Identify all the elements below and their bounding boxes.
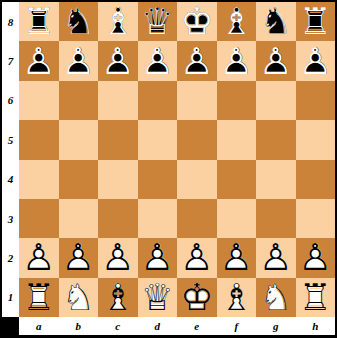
white-bishop-icon: ♝ xyxy=(217,278,257,317)
white-pawn-outline-icon: ♙ xyxy=(59,238,99,277)
black-pawn-outline-icon: ♙ xyxy=(98,41,138,80)
square-d8[interactable]: ♛♕ xyxy=(138,2,178,41)
black-rook-piece[interactable]: ♜♖ xyxy=(19,2,59,41)
square-a2[interactable]: ♟♙ xyxy=(19,238,59,277)
file-label-e: e xyxy=(177,317,217,335)
black-queen-outline-icon: ♕ xyxy=(138,2,178,41)
white-knight-outline-icon: ♘ xyxy=(59,278,99,317)
black-pawn-outline-icon: ♙ xyxy=(217,41,257,80)
black-knight-outline-icon: ♘ xyxy=(256,2,296,41)
square-f8[interactable]: ♝♗ xyxy=(217,2,257,41)
rank-label-8: 8 xyxy=(2,2,19,41)
square-b8[interactable]: ♞♘ xyxy=(59,2,99,41)
black-king-icon: ♚ xyxy=(177,2,217,41)
square-e3[interactable] xyxy=(177,199,217,238)
square-c3[interactable] xyxy=(98,199,138,238)
square-f1[interactable]: ♝♗ xyxy=(217,278,257,317)
black-bishop-icon: ♝ xyxy=(217,2,257,41)
black-knight-piece[interactable]: ♞♘ xyxy=(59,2,99,41)
square-h7[interactable]: ♟♙ xyxy=(296,41,336,80)
black-pawn-icon: ♟ xyxy=(98,41,138,80)
black-bishop-outline-icon: ♗ xyxy=(217,2,257,41)
rank-label-2: 2 xyxy=(2,238,19,277)
black-pawn-icon: ♟ xyxy=(256,41,296,80)
square-a6[interactable] xyxy=(19,81,59,120)
square-a5[interactable] xyxy=(19,120,59,159)
black-rook-outline-icon: ♖ xyxy=(19,2,59,41)
white-knight-outline-icon: ♘ xyxy=(256,278,296,317)
white-rook-outline-icon: ♖ xyxy=(19,278,59,317)
square-d5[interactable] xyxy=(138,120,178,159)
square-b5[interactable] xyxy=(59,120,99,159)
file-label-c: c xyxy=(98,317,138,335)
black-queen-piece[interactable]: ♛♕ xyxy=(138,2,178,41)
white-pawn-outline-icon: ♙ xyxy=(98,238,138,277)
black-pawn-piece[interactable]: ♟♙ xyxy=(138,41,178,80)
square-d3[interactable] xyxy=(138,199,178,238)
square-g4[interactable] xyxy=(256,160,296,199)
square-g1[interactable]: ♞♘ xyxy=(256,278,296,317)
square-e4[interactable] xyxy=(177,160,217,199)
rank-label-7: 7 xyxy=(2,41,19,80)
black-knight-icon: ♞ xyxy=(59,2,99,41)
square-c1[interactable]: ♝♗ xyxy=(98,278,138,317)
white-bishop-piece[interactable]: ♝♗ xyxy=(98,278,138,317)
square-c5[interactable] xyxy=(98,120,138,159)
black-pawn-outline-icon: ♙ xyxy=(296,41,336,80)
rank-label-3: 3 xyxy=(2,199,19,238)
white-knight-icon: ♞ xyxy=(256,278,296,317)
black-pawn-piece[interactable]: ♟♙ xyxy=(19,41,59,80)
black-pawn-piece[interactable]: ♟♙ xyxy=(98,41,138,80)
white-knight-icon: ♞ xyxy=(59,278,99,317)
black-pawn-outline-icon: ♙ xyxy=(177,41,217,80)
square-b1[interactable]: ♞♘ xyxy=(59,278,99,317)
black-knight-piece[interactable]: ♞♘ xyxy=(256,2,296,41)
white-pawn-piece[interactable]: ♟♙ xyxy=(177,238,217,277)
black-pawn-icon: ♟ xyxy=(177,41,217,80)
rank-label-1: 1 xyxy=(2,278,19,317)
square-c2[interactable]: ♟♙ xyxy=(98,238,138,277)
white-rook-outline-icon: ♖ xyxy=(296,278,336,317)
white-knight-piece[interactable]: ♞♘ xyxy=(256,278,296,317)
white-pawn-icon: ♟ xyxy=(19,238,59,277)
black-pawn-icon: ♟ xyxy=(19,41,59,80)
square-b7[interactable]: ♟♙ xyxy=(59,41,99,80)
rank-label-6: 6 xyxy=(2,81,19,120)
white-pawn-piece[interactable]: ♟♙ xyxy=(217,238,257,277)
square-a3[interactable] xyxy=(19,199,59,238)
square-f7[interactable]: ♟♙ xyxy=(217,41,257,80)
black-bishop-piece[interactable]: ♝♗ xyxy=(217,2,257,41)
square-h1[interactable]: ♜♖ xyxy=(296,278,336,317)
white-rook-piece[interactable]: ♜♖ xyxy=(19,278,59,317)
white-queen-outline-icon: ♕ xyxy=(138,278,178,317)
white-pawn-piece[interactable]: ♟♙ xyxy=(98,238,138,277)
black-knight-outline-icon: ♘ xyxy=(59,2,99,41)
white-bishop-outline-icon: ♗ xyxy=(98,278,138,317)
white-pawn-outline-icon: ♙ xyxy=(296,238,336,277)
black-pawn-piece[interactable]: ♟♙ xyxy=(217,41,257,80)
square-h3[interactable] xyxy=(296,199,336,238)
square-c6[interactable] xyxy=(98,81,138,120)
black-rook-piece[interactable]: ♜♖ xyxy=(296,2,336,41)
white-rook-piece[interactable]: ♜♖ xyxy=(296,278,336,317)
square-b4[interactable] xyxy=(59,160,99,199)
white-queen-piece[interactable]: ♛♕ xyxy=(138,278,178,317)
chess-app-window: 87654321 ♜♖♞♘♝♗♛♕♚♔♝♗♞♘♜♖♟♙♟♙♟♙♟♙♟♙♟♙♟♙♟… xyxy=(0,0,337,338)
black-pawn-icon: ♟ xyxy=(217,41,257,80)
square-f5[interactable] xyxy=(217,120,257,159)
black-rook-icon: ♜ xyxy=(19,2,59,41)
square-h5[interactable] xyxy=(296,120,336,159)
white-king-icon: ♚ xyxy=(177,278,217,317)
square-d1[interactable]: ♛♕ xyxy=(138,278,178,317)
chess-board: ♜♖♞♘♝♗♛♕♚♔♝♗♞♘♜♖♟♙♟♙♟♙♟♙♟♙♟♙♟♙♟♙♟♙♟♙♟♙♟♙… xyxy=(19,2,335,317)
black-pawn-outline-icon: ♙ xyxy=(138,41,178,80)
square-b6[interactable] xyxy=(59,81,99,120)
square-c7[interactable]: ♟♙ xyxy=(98,41,138,80)
white-king-outline-icon: ♔ xyxy=(177,278,217,317)
square-a4[interactable] xyxy=(19,160,59,199)
black-pawn-icon: ♟ xyxy=(296,41,336,80)
square-e5[interactable] xyxy=(177,120,217,159)
black-knight-icon: ♞ xyxy=(256,2,296,41)
white-pawn-outline-icon: ♙ xyxy=(19,238,59,277)
square-d4[interactable] xyxy=(138,160,178,199)
white-pawn-outline-icon: ♙ xyxy=(138,238,178,277)
square-d2[interactable]: ♟♙ xyxy=(138,238,178,277)
white-pawn-piece[interactable]: ♟♙ xyxy=(59,238,99,277)
square-f3[interactable] xyxy=(217,199,257,238)
black-pawn-outline-icon: ♙ xyxy=(19,41,59,80)
black-bishop-piece[interactable]: ♝♗ xyxy=(98,2,138,41)
board-frame: 87654321 ♜♖♞♘♝♗♛♕♚♔♝♗♞♘♜♖♟♙♟♙♟♙♟♙♟♙♟♙♟♙♟… xyxy=(2,2,335,335)
black-pawn-icon: ♟ xyxy=(138,41,178,80)
square-g7[interactable]: ♟♙ xyxy=(256,41,296,80)
black-king-outline-icon: ♔ xyxy=(177,2,217,41)
square-f4[interactable] xyxy=(217,160,257,199)
square-h8[interactable]: ♜♖ xyxy=(296,2,336,41)
rank-label-5: 5 xyxy=(2,120,19,159)
square-f6[interactable] xyxy=(217,81,257,120)
square-h6[interactable] xyxy=(296,81,336,120)
square-h4[interactable] xyxy=(296,160,336,199)
square-e7[interactable]: ♟♙ xyxy=(177,41,217,80)
black-king-piece[interactable]: ♚♔ xyxy=(177,2,217,41)
black-pawn-piece[interactable]: ♟♙ xyxy=(177,41,217,80)
black-pawn-outline-icon: ♙ xyxy=(59,41,99,80)
square-g5[interactable] xyxy=(256,120,296,159)
black-queen-icon: ♛ xyxy=(138,2,178,41)
black-pawn-piece[interactable]: ♟♙ xyxy=(256,41,296,80)
black-pawn-piece[interactable]: ♟♙ xyxy=(59,41,99,80)
square-d7[interactable]: ♟♙ xyxy=(138,41,178,80)
square-e8[interactable]: ♚♔ xyxy=(177,2,217,41)
square-d6[interactable] xyxy=(138,81,178,120)
white-pawn-piece[interactable]: ♟♙ xyxy=(138,238,178,277)
white-bishop-piece[interactable]: ♝♗ xyxy=(217,278,257,317)
square-g8[interactable]: ♞♘ xyxy=(256,2,296,41)
file-label-f: f xyxy=(217,317,257,335)
white-pawn-icon: ♟ xyxy=(98,238,138,277)
file-labels: abcdefgh xyxy=(19,317,335,335)
square-a7[interactable]: ♟♙ xyxy=(19,41,59,80)
black-bishop-icon: ♝ xyxy=(98,2,138,41)
black-bishop-outline-icon: ♗ xyxy=(98,2,138,41)
square-f2[interactable]: ♟♙ xyxy=(217,238,257,277)
square-h2[interactable]: ♟♙ xyxy=(296,238,336,277)
square-b2[interactable]: ♟♙ xyxy=(59,238,99,277)
square-e2[interactable]: ♟♙ xyxy=(177,238,217,277)
file-label-h: h xyxy=(296,317,336,335)
white-bishop-outline-icon: ♗ xyxy=(217,278,257,317)
white-bishop-icon: ♝ xyxy=(98,278,138,317)
white-king-piece[interactable]: ♚♔ xyxy=(177,278,217,317)
white-pawn-piece[interactable]: ♟♙ xyxy=(296,238,336,277)
white-rook-icon: ♜ xyxy=(19,278,59,317)
file-label-a: a xyxy=(19,317,59,335)
white-pawn-icon: ♟ xyxy=(138,238,178,277)
file-label-d: d xyxy=(138,317,178,335)
black-rook-outline-icon: ♖ xyxy=(296,2,336,41)
white-pawn-icon: ♟ xyxy=(177,238,217,277)
white-pawn-outline-icon: ♙ xyxy=(217,238,257,277)
black-pawn-piece[interactable]: ♟♙ xyxy=(296,41,336,80)
square-g2[interactable]: ♟♙ xyxy=(256,238,296,277)
square-e6[interactable] xyxy=(177,81,217,120)
square-g3[interactable] xyxy=(256,199,296,238)
white-pawn-icon: ♟ xyxy=(296,238,336,277)
white-queen-icon: ♛ xyxy=(138,278,178,317)
file-label-b: b xyxy=(59,317,99,335)
white-pawn-outline-icon: ♙ xyxy=(256,238,296,277)
file-label-g: g xyxy=(256,317,296,335)
white-knight-piece[interactable]: ♞♘ xyxy=(59,278,99,317)
square-e1[interactable]: ♚♔ xyxy=(177,278,217,317)
square-c8[interactable]: ♝♗ xyxy=(98,2,138,41)
white-pawn-icon: ♟ xyxy=(217,238,257,277)
black-rook-icon: ♜ xyxy=(296,2,336,41)
rank-labels: 87654321 xyxy=(2,2,19,317)
corner-spacer xyxy=(2,317,19,335)
black-pawn-outline-icon: ♙ xyxy=(256,41,296,80)
rank-label-4: 4 xyxy=(2,160,19,199)
white-pawn-piece[interactable]: ♟♙ xyxy=(19,238,59,277)
white-pawn-outline-icon: ♙ xyxy=(177,238,217,277)
white-pawn-piece[interactable]: ♟♙ xyxy=(256,238,296,277)
white-pawn-icon: ♟ xyxy=(59,238,99,277)
square-a8[interactable]: ♜♖ xyxy=(19,2,59,41)
square-g6[interactable] xyxy=(256,81,296,120)
square-c4[interactable] xyxy=(98,160,138,199)
white-rook-icon: ♜ xyxy=(296,278,336,317)
white-pawn-icon: ♟ xyxy=(256,238,296,277)
black-pawn-icon: ♟ xyxy=(59,41,99,80)
square-a1[interactable]: ♜♖ xyxy=(19,278,59,317)
square-b3[interactable] xyxy=(59,199,99,238)
